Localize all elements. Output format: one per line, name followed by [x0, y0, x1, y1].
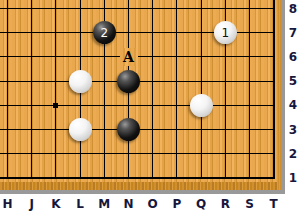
stone-white-R7[interactable]: 1: [214, 21, 237, 44]
col-label-R: R: [221, 198, 230, 210]
col-label-O: O: [148, 198, 158, 210]
col-label-S: S: [245, 198, 254, 210]
grid-line-col-S: [249, 0, 250, 179]
board-shadow-bottom: [0, 190, 285, 194]
row-label-4: 4: [289, 99, 297, 111]
grid-line-row-4: [0, 105, 275, 106]
mark-A-N6[interactable]: A: [120, 48, 138, 66]
stone-move-number: 2: [100, 27, 108, 39]
stone-move-number: 1: [221, 27, 229, 39]
star-point-K4: [53, 103, 58, 108]
grid-line-col-Q: [201, 0, 202, 179]
row-label-6: 6: [289, 51, 297, 63]
stone-black-N5[interactable]: [117, 70, 140, 93]
col-label-N: N: [123, 198, 133, 210]
col-label-Q: Q: [196, 198, 206, 210]
grid-line-row-1: [0, 177, 275, 179]
go-board[interactable]: A12: [0, 0, 281, 190]
grid-line-row-6: [0, 56, 275, 57]
col-label-M: M: [98, 198, 110, 210]
go-diagram: A12 HJKLMNOPQRST 87654321: [0, 0, 308, 212]
board-shadow-right: [281, 0, 285, 194]
col-label-T: T: [270, 198, 278, 210]
grid-line-row-2: [0, 153, 275, 154]
col-label-P: P: [172, 198, 181, 210]
stone-white-Q4[interactable]: [190, 94, 213, 117]
row-label-1: 1: [289, 172, 297, 184]
grid-line-col-O: [152, 0, 153, 179]
grid-line-col-P: [176, 0, 177, 179]
grid-line-row-8: [0, 8, 275, 9]
row-label-3: 3: [289, 124, 297, 136]
col-label-J: J: [29, 198, 33, 210]
stone-black-N3[interactable]: [117, 118, 140, 141]
row-label-7: 7: [289, 27, 297, 39]
grid-line-col-K: [55, 0, 56, 179]
board-bottom-edge: [0, 182, 281, 190]
col-label-L: L: [76, 198, 84, 210]
row-label-5: 5: [289, 75, 297, 87]
grid-line-col-T: [273, 0, 275, 179]
grid-line-col-J: [31, 0, 32, 179]
grid-line-col-H: [7, 0, 8, 179]
col-label-H: H: [2, 198, 12, 210]
row-label-2: 2: [289, 148, 297, 160]
col-label-K: K: [51, 198, 60, 210]
stone-white-L5[interactable]: [69, 70, 92, 93]
stone-white-L3[interactable]: [69, 118, 92, 141]
stone-black-M7[interactable]: 2: [93, 21, 116, 44]
row-label-8: 8: [289, 3, 297, 15]
